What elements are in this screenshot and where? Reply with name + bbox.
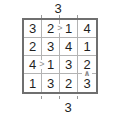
top-skyscraper-clue: 3 <box>50 2 66 15</box>
cell-r2c1[interactable]: 2 <box>24 38 42 56</box>
cell-r1c1[interactable]: 3 <box>24 20 42 38</box>
cell-r2c3[interactable]: 4 <box>60 38 78 56</box>
grid-tick <box>41 96 42 99</box>
less-than-up-icon-r3c4-r4c4: ∧ <box>82 70 92 78</box>
cell-r3c3[interactable]: 3 <box>60 56 78 74</box>
cell-r4c2[interactable]: 3 <box>42 74 60 92</box>
bottom-skyscraper-clue: 3 <box>60 101 76 114</box>
cell-r2c4[interactable]: 1 <box>78 38 96 56</box>
greater-than-icon-r1c2-r1c3: > <box>55 24 65 33</box>
cell-r4c1[interactable]: 1 <box>24 74 42 92</box>
puzzle-screenshot: 3 3 2 1 4 2 3 4 1 4 1 3 2 1 3 2 3 > > ∧ … <box>0 0 120 120</box>
grid-tick <box>77 96 78 99</box>
cell-r2c2[interactable]: 3 <box>42 38 60 56</box>
cell-r4c3[interactable]: 2 <box>60 74 78 92</box>
cell-r1c4[interactable]: 4 <box>78 20 96 38</box>
greater-than-icon-r3c1-r3c2: > <box>37 60 47 69</box>
grid-tick <box>59 96 60 99</box>
